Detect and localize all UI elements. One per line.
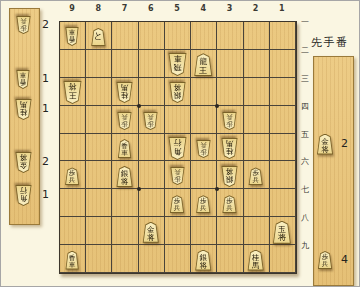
koma-sente-kei[interactable]: 桂馬	[247, 250, 264, 271]
hand-count-gote-kaku: 1	[42, 188, 49, 201]
koma-gote-fu[interactable]: 歩兵	[16, 16, 31, 34]
koma-sente-kyo[interactable]: 香車	[65, 251, 79, 270]
koma-gote-kaku[interactable]: 角行	[15, 185, 32, 206]
hoshi-dot	[137, 104, 141, 108]
hand-count-sente-kin: 2	[341, 137, 348, 150]
file-label-5: 5	[170, 4, 184, 13]
koma-gote-hi[interactable]: 飛車	[168, 53, 187, 76]
rank-label-4: 四	[299, 101, 311, 112]
rank-label-7: 七	[299, 184, 311, 195]
hand-count-gote-kyo: 1	[42, 72, 49, 85]
rank-label-9: 九	[299, 240, 311, 251]
turn-indicator: 先手番	[311, 35, 349, 50]
koma-sente-ryu[interactable]: 龍王	[194, 53, 213, 76]
koma-sente-kin[interactable]: 金将	[317, 134, 334, 155]
file-label-2: 2	[249, 4, 263, 13]
koma-sente-fu[interactable]: 歩兵	[65, 167, 80, 185]
koma-gote-fu[interactable]: 歩兵	[170, 167, 185, 185]
hand-count-gote-kin: 2	[42, 155, 49, 168]
shogi-app-window: 987654321 一二三四五六七八九 先手番 香車と飛車龍王王将桂馬銀将歩兵歩…	[0, 0, 360, 287]
koma-gote-ou[interactable]: 王将	[63, 81, 82, 104]
hand-count-sente-fu: 4	[341, 253, 348, 266]
koma-sente-kin[interactable]: 金将	[142, 222, 159, 243]
hoshi-dot	[137, 187, 141, 191]
koma-gote-kei[interactable]: 桂馬	[221, 138, 238, 159]
hoshi-dot	[215, 104, 219, 108]
koma-gote-kei[interactable]: 桂馬	[15, 99, 32, 120]
koma-sente-gin[interactable]: 銀将	[195, 250, 212, 271]
file-label-6: 6	[144, 4, 158, 13]
koma-sente-fu[interactable]: 歩兵	[248, 167, 263, 185]
koma-gote-gin[interactable]: 銀将	[221, 166, 238, 187]
koma-sente-fu[interactable]: 歩兵	[196, 195, 211, 213]
koma-gote-kaku[interactable]: 角行	[168, 137, 187, 160]
rank-label-8: 八	[299, 212, 311, 223]
koma-gote-kin[interactable]: 金将	[15, 152, 32, 173]
hand-count-gote-fu: 2	[42, 18, 49, 31]
file-label-9: 9	[65, 4, 79, 13]
koma-gote-fu[interactable]: 歩兵	[143, 112, 158, 130]
koma-gote-fu[interactable]: 歩兵	[117, 112, 132, 130]
koma-sente-kyo[interactable]: 香車	[118, 139, 132, 158]
file-label-3: 3	[222, 4, 236, 13]
koma-gote-gin[interactable]: 銀将	[169, 82, 186, 103]
koma-sente-fu[interactable]: 歩兵	[318, 251, 333, 269]
hoshi-dot	[215, 187, 219, 191]
koma-gote-kei[interactable]: 桂馬	[116, 82, 133, 103]
hand-count-gote-kei: 1	[42, 102, 49, 115]
rank-label-1: 一	[299, 17, 311, 28]
koma-gote-kyo[interactable]: 香車	[65, 27, 79, 46]
rank-label-2: 二	[299, 45, 311, 56]
koma-gote-fu[interactable]: 歩兵	[222, 112, 237, 130]
file-label-7: 7	[118, 4, 132, 13]
file-label-8: 8	[91, 4, 105, 13]
koma-sente-fu[interactable]: 歩兵	[170, 195, 185, 213]
koma-sente-to[interactable]: と	[91, 28, 106, 46]
rank-label-6: 六	[299, 156, 311, 167]
rank-label-5: 五	[299, 129, 311, 140]
koma-gote-kyo[interactable]: 香車	[16, 70, 30, 89]
koma-gote-fu[interactable]: 歩兵	[196, 140, 211, 158]
koma-sente-fu[interactable]: 歩兵	[222, 195, 237, 213]
koma-sente-gyoku[interactable]: 玉将	[272, 221, 291, 244]
file-label-1: 1	[275, 4, 289, 13]
koma-sente-gin[interactable]: 銀将	[116, 166, 133, 187]
file-label-4: 4	[196, 4, 210, 13]
rank-label-3: 三	[299, 73, 311, 84]
